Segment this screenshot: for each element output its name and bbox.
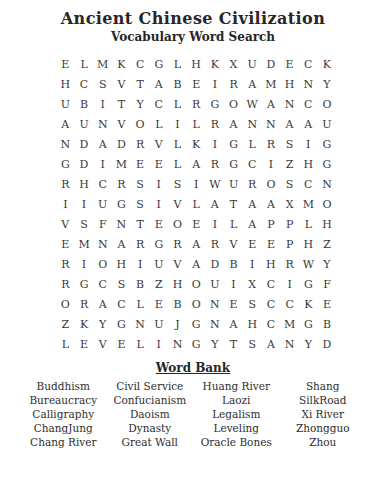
grid-cell-r2c11[interactable]: A — [243, 74, 262, 94]
grid-cell-r1c13[interactable]: E — [280, 54, 299, 74]
grid-cell-r14c1[interactable]: Z — [56, 314, 75, 334]
grid-cell-r6c13[interactable]: Z — [280, 154, 299, 174]
grid-cell-r8c2[interactable]: I — [75, 194, 94, 214]
grid-cell-r5c7[interactable]: L — [168, 134, 187, 154]
grid-cell-r9c4[interactable]: N — [112, 214, 131, 234]
word-bank-item: Dynasty — [107, 421, 194, 435]
grid-cell-r10c7[interactable]: R — [168, 234, 187, 254]
word-bank-item: Confucianism — [107, 393, 194, 407]
word-bank-item: Buddhism — [20, 379, 107, 393]
grid-cell-r7c6[interactable]: I — [149, 174, 168, 194]
word-search-grid: ELMKCGLHKXUDECKHCSVTABEIRAMHNYUBITYCLRGO… — [56, 54, 336, 354]
grid-cell-r3c2[interactable]: B — [75, 94, 94, 114]
grid-cell-r5c3[interactable]: A — [93, 134, 112, 154]
grid-cell-r5c15[interactable]: G — [318, 134, 337, 154]
grid-cell-r11c3[interactable]: O — [93, 254, 112, 274]
grid-cell-r9c7[interactable]: O — [168, 214, 187, 234]
grid-cell-r9c1[interactable]: V — [56, 214, 75, 234]
grid-cell-r12c1[interactable]: R — [56, 274, 75, 294]
grid-cell-r7c4[interactable]: R — [112, 174, 131, 194]
grid-cell-r5c5[interactable]: R — [131, 134, 150, 154]
grid-cell-r13c13[interactable]: C — [280, 294, 299, 314]
grid-cell-r6c9[interactable]: R — [206, 154, 225, 174]
grid-cell-r14c4[interactable]: G — [112, 314, 131, 334]
grid-cell-r15c4[interactable]: E — [112, 334, 131, 354]
grid-cell-r6c12[interactable]: I — [262, 154, 281, 174]
word-bank-item: Daoism — [107, 407, 194, 421]
grid-cell-r5c9[interactable]: I — [206, 134, 225, 154]
grid-cell-r12c12[interactable]: C — [262, 274, 281, 294]
grid-cell-r3c10[interactable]: O — [224, 94, 243, 114]
grid-cell-r4c4[interactable]: V — [112, 114, 131, 134]
grid-cell-r12c15[interactable]: F — [318, 274, 337, 294]
grid-cell-r4c6[interactable]: L — [149, 114, 168, 134]
word-bank-item: Leveling — [193, 421, 280, 435]
word-bank-item: Calligraphy — [20, 407, 107, 421]
grid-cell-r6c2[interactable]: D — [75, 154, 94, 174]
grid-cell-r2c5[interactable]: T — [131, 74, 150, 94]
grid-cell-r15c10[interactable]: T — [224, 334, 243, 354]
grid-cell-r8c13[interactable]: X — [280, 194, 299, 214]
grid-cell-r8c5[interactable]: S — [131, 194, 150, 214]
word-bank-item: ChangJung — [20, 421, 107, 435]
grid-cell-r5c8[interactable]: K — [187, 134, 206, 154]
grid-cell-r6c3[interactable]: I — [93, 154, 112, 174]
grid-cell-r2c8[interactable]: E — [187, 74, 206, 94]
grid-cell-r13c15[interactable]: E — [318, 294, 337, 314]
grid-cell-r2c13[interactable]: H — [280, 74, 299, 94]
grid-cell-r2c12[interactable]: M — [262, 74, 281, 94]
word-bank-columns: BuddhismBureaucracyCalligraphyChangJungC… — [20, 379, 366, 449]
grid-cell-r15c11[interactable]: S — [243, 334, 262, 354]
grid-cell-r4c3[interactable]: N — [93, 114, 112, 134]
grid-cell-r7c1[interactable]: R — [56, 174, 75, 194]
grid-cell-r9c14[interactable]: L — [299, 214, 318, 234]
grid-cell-r10c14[interactable]: H — [299, 234, 318, 254]
grid-cell-r8c9[interactable]: A — [206, 194, 225, 214]
grid-cell-r15c1[interactable]: L — [56, 334, 75, 354]
grid-cell-r6c11[interactable]: C — [243, 154, 262, 174]
grid-cell-r4c9[interactable]: R — [206, 114, 225, 134]
word-bank-item: Oracle Bones — [193, 435, 280, 449]
word-bank-item: Great Wall — [107, 435, 194, 449]
grid-cell-r6c14[interactable]: H — [299, 154, 318, 174]
grid-cell-r8c7[interactable]: V — [168, 194, 187, 214]
grid-cell-r7c7[interactable]: S — [168, 174, 187, 194]
grid-cell-r11c14[interactable]: W — [299, 254, 318, 274]
grid-cell-r14c13[interactable]: M — [280, 314, 299, 334]
grid-cell-r13c1[interactable]: O — [56, 294, 75, 314]
word-bank-item: Huang River — [193, 379, 280, 393]
grid-cell-r4c14[interactable]: A — [299, 114, 318, 134]
grid-cell-r13c8[interactable]: O — [187, 294, 206, 314]
grid-cell-r1c8[interactable]: H — [187, 54, 206, 74]
grid-cell-r14c15[interactable]: B — [318, 314, 337, 334]
grid-cell-r13c10[interactable]: E — [224, 294, 243, 314]
grid-cell-r9c15[interactable]: H — [318, 214, 337, 234]
grid-cell-r5c4[interactable]: D — [112, 134, 131, 154]
grid-cell-r15c14[interactable]: Y — [299, 334, 318, 354]
grid-cell-r13c9[interactable]: N — [206, 294, 225, 314]
grid-cell-r4c7[interactable]: I — [168, 114, 187, 134]
grid-cell-r7c3[interactable]: C — [93, 174, 112, 194]
grid-cell-r7c2[interactable]: H — [75, 174, 94, 194]
grid-cell-r1c3[interactable]: M — [93, 54, 112, 74]
grid-cell-r1c15[interactable]: K — [318, 54, 337, 74]
grid-cell-r11c7[interactable]: V — [168, 254, 187, 274]
word-bank-column-4: ShangSilkRoadXi RiverZhongguoZhou — [280, 379, 367, 449]
grid-cell-r11c13[interactable]: R — [280, 254, 299, 274]
grid-cell-r1c11[interactable]: U — [243, 54, 262, 74]
grid-cell-r9c6[interactable]: E — [149, 214, 168, 234]
grid-cell-r6c5[interactable]: E — [131, 154, 150, 174]
grid-cell-r14c8[interactable]: G — [187, 314, 206, 334]
grid-cell-r3c6[interactable]: C — [149, 94, 168, 114]
grid-cell-r10c2[interactable]: M — [75, 234, 94, 254]
grid-cell-r4c2[interactable]: U — [75, 114, 94, 134]
grid-cell-r7c11[interactable]: R — [243, 174, 262, 194]
grid-cell-r11c10[interactable]: B — [224, 254, 243, 274]
grid-cell-r6c1[interactable]: G — [56, 154, 75, 174]
grid-cell-r5c1[interactable]: N — [56, 134, 75, 154]
grid-cell-r11c5[interactable]: I — [131, 254, 150, 274]
grid-cell-r7c12[interactable]: O — [262, 174, 281, 194]
grid-cell-r12c10[interactable]: I — [224, 274, 243, 294]
grid-cell-r8c6[interactable]: I — [149, 194, 168, 214]
word-bank-item: Chang River — [20, 435, 107, 449]
grid-cell-r10c8[interactable]: A — [187, 234, 206, 254]
word-bank-item: Xi River — [280, 407, 367, 421]
grid-cell-r15c5[interactable]: L — [131, 334, 150, 354]
grid-cell-r7c8[interactable]: I — [187, 174, 206, 194]
grid-cell-r7c14[interactable]: C — [299, 174, 318, 194]
grid-cell-r6c8[interactable]: A — [187, 154, 206, 174]
grid-cell-r4c11[interactable]: N — [243, 114, 262, 134]
grid-cell-r5c13[interactable]: S — [280, 134, 299, 154]
grid-cell-r12c7[interactable]: H — [168, 274, 187, 294]
grid-cell-r14c5[interactable]: N — [131, 314, 150, 334]
grid-cell-r11c11[interactable]: I — [243, 254, 262, 274]
grid-cell-r6c7[interactable]: L — [168, 154, 187, 174]
grid-cell-r4c1[interactable]: A — [56, 114, 75, 134]
grid-cell-r5c12[interactable]: R — [262, 134, 281, 154]
word-bank-item: Zhongguo — [280, 421, 367, 435]
grid-cell-r6c10[interactable]: G — [224, 154, 243, 174]
grid-cell-r15c15[interactable]: D — [318, 334, 337, 354]
grid-cell-r1c9[interactable]: K — [206, 54, 225, 74]
grid-cell-r2c15[interactable]: Y — [318, 74, 337, 94]
grid-cell-r1c12[interactable]: D — [262, 54, 281, 74]
grid-cell-r3c1[interactable]: U — [56, 94, 75, 114]
grid-cell-r10c1[interactable]: E — [56, 234, 75, 254]
grid-cell-r15c6[interactable]: I — [149, 334, 168, 354]
grid-cell-r7c15[interactable]: N — [318, 174, 337, 194]
grid-cell-r8c12[interactable]: A — [262, 194, 281, 214]
grid-cell-r3c8[interactable]: R — [187, 94, 206, 114]
word-bank-item: Shang — [280, 379, 367, 393]
grid-cell-r13c3[interactable]: A — [93, 294, 112, 314]
word-bank-item: Civil Service — [107, 379, 194, 393]
grid-cell-r10c10[interactable]: V — [224, 234, 243, 254]
grid-cell-r2c2[interactable]: C — [75, 74, 94, 94]
grid-cell-r12c11[interactable]: X — [243, 274, 262, 294]
grid-cell-r1c10[interactable]: X — [224, 54, 243, 74]
grid-cell-r6c15[interactable]: G — [318, 154, 337, 174]
grid-cell-r10c15[interactable]: Z — [318, 234, 337, 254]
grid-cell-r12c2[interactable]: G — [75, 274, 94, 294]
grid-cell-r11c12[interactable]: H — [262, 254, 281, 274]
grid-cell-r2c6[interactable]: A — [149, 74, 168, 94]
grid-cell-r9c2[interactable]: S — [75, 214, 94, 234]
grid-cell-r1c7[interactable]: L — [168, 54, 187, 74]
grid-cell-r1c14[interactable]: C — [299, 54, 318, 74]
grid-cell-r4c5[interactable]: O — [131, 114, 150, 134]
page-title: Ancient Chinese Civilization — [0, 0, 386, 29]
grid-cell-r3c4[interactable]: T — [112, 94, 131, 114]
grid-cell-r12c3[interactable]: C — [93, 274, 112, 294]
grid-cell-r10c3[interactable]: N — [93, 234, 112, 254]
grid-cell-r5c14[interactable]: I — [299, 134, 318, 154]
word-bank-item: Zhou — [280, 435, 367, 449]
grid-cell-r11c15[interactable]: Y — [318, 254, 337, 274]
grid-cell-r4c13[interactable]: A — [280, 114, 299, 134]
grid-cell-r8c4[interactable]: G — [112, 194, 131, 214]
grid-cell-r9c3[interactable]: F — [93, 214, 112, 234]
worksheet-page: Ancient Chinese Civilization Vocabulary … — [0, 0, 386, 500]
grid-cell-r11c4[interactable]: H — [112, 254, 131, 274]
grid-cell-r15c13[interactable]: N — [280, 334, 299, 354]
grid-cell-r9c10[interactable]: L — [224, 214, 243, 234]
grid-cell-r14c7[interactable]: J — [168, 314, 187, 334]
grid-cell-r9c8[interactable]: E — [187, 214, 206, 234]
grid-cell-r13c4[interactable]: C — [112, 294, 131, 314]
grid-cell-r11c2[interactable]: I — [75, 254, 94, 274]
grid-cell-r3c5[interactable]: Y — [131, 94, 150, 114]
grid-cell-r15c3[interactable]: V — [93, 334, 112, 354]
grid-cell-r4c12[interactable]: N — [262, 114, 281, 134]
grid-cell-r13c12[interactable]: C — [262, 294, 281, 314]
grid-cell-r11c1[interactable]: R — [56, 254, 75, 274]
word-bank-column-1: BuddhismBureaucracyCalligraphyChangJungC… — [20, 379, 107, 449]
grid-cell-r8c11[interactable]: A — [243, 194, 262, 214]
grid-cell-r4c8[interactable]: L — [187, 114, 206, 134]
grid-cell-r4c15[interactable]: U — [318, 114, 337, 134]
grid-cell-r13c2[interactable]: R — [75, 294, 94, 314]
grid-cell-r1c4[interactable]: K — [112, 54, 131, 74]
grid-cell-r5c10[interactable]: G — [224, 134, 243, 154]
grid-cell-r8c3[interactable]: U — [93, 194, 112, 214]
word-bank-item: Legalism — [193, 407, 280, 421]
grid-cell-r14c6[interactable]: U — [149, 314, 168, 334]
grid-cell-r13c7[interactable]: B — [168, 294, 187, 314]
grid-cell-r5c2[interactable]: D — [75, 134, 94, 154]
grid-cell-r8c10[interactable]: T — [224, 194, 243, 214]
grid-cell-r6c6[interactable]: E — [149, 154, 168, 174]
grid-cell-r1c6[interactable]: G — [149, 54, 168, 74]
grid-cell-r14c9[interactable]: N — [206, 314, 225, 334]
grid-cell-r2c14[interactable]: N — [299, 74, 318, 94]
grid-cell-r10c4[interactable]: A — [112, 234, 131, 254]
grid-cell-r1c2[interactable]: L — [75, 54, 94, 74]
grid-cell-r13c11[interactable]: S — [243, 294, 262, 314]
grid-cell-r3c15[interactable]: O — [318, 94, 337, 114]
grid-cell-r8c15[interactable]: O — [318, 194, 337, 214]
grid-cell-r5c11[interactable]: L — [243, 134, 262, 154]
grid-cell-r12c13[interactable]: I — [280, 274, 299, 294]
grid-cell-r3c9[interactable]: G — [206, 94, 225, 114]
grid-cell-r6c4[interactable]: M — [112, 154, 131, 174]
word-bank-item: SilkRoad — [280, 393, 367, 407]
grid-cell-r12c14[interactable]: G — [299, 274, 318, 294]
grid-cell-r12c5[interactable]: B — [131, 274, 150, 294]
grid-cell-r7c10[interactable]: U — [224, 174, 243, 194]
word-bank-item: Laozi — [193, 393, 280, 407]
grid-cell-r9c9[interactable]: I — [206, 214, 225, 234]
grid-cell-r3c13[interactable]: N — [280, 94, 299, 114]
grid-cell-r14c3[interactable]: Y — [93, 314, 112, 334]
grid-cell-r13c6[interactable]: E — [149, 294, 168, 314]
grid-cell-r14c12[interactable]: C — [262, 314, 281, 334]
word-bank-column-3: Huang RiverLaoziLegalismLevelingOracle B… — [193, 379, 280, 449]
grid-cell-r11c9[interactable]: D — [206, 254, 225, 274]
grid-cell-r2c10[interactable]: R — [224, 74, 243, 94]
grid-cell-r14c14[interactable]: G — [299, 314, 318, 334]
grid-cell-r7c13[interactable]: S — [280, 174, 299, 194]
grid-cell-r4c10[interactable]: A — [224, 114, 243, 134]
word-bank-column-2: Civil ServiceConfucianismDaoismDynastyGr… — [107, 379, 194, 449]
grid-cell-r3c11[interactable]: W — [243, 94, 262, 114]
grid-cell-r9c5[interactable]: T — [131, 214, 150, 234]
grid-cell-r10c11[interactable]: E — [243, 234, 262, 254]
grid-cell-r12c8[interactable]: O — [187, 274, 206, 294]
grid-cell-r1c1[interactable]: E — [56, 54, 75, 74]
grid-cell-r2c9[interactable]: I — [206, 74, 225, 94]
grid-cell-r7c9[interactable]: W — [206, 174, 225, 194]
grid-cell-r8c8[interactable]: L — [187, 194, 206, 214]
grid-cell-r11c8[interactable]: A — [187, 254, 206, 274]
grid-cell-r15c2[interactable]: E — [75, 334, 94, 354]
grid-cell-r2c1[interactable]: H — [56, 74, 75, 94]
grid-cell-r12c6[interactable]: Z — [149, 274, 168, 294]
grid-cell-r8c14[interactable]: M — [299, 194, 318, 214]
grid-cell-r9c11[interactable]: A — [243, 214, 262, 234]
grid-cell-r15c8[interactable]: G — [187, 334, 206, 354]
grid-cell-r12c4[interactable]: S — [112, 274, 131, 294]
grid-cell-r15c9[interactable]: Y — [206, 334, 225, 354]
grid-cell-r14c2[interactable]: K — [75, 314, 94, 334]
grid-cell-r10c12[interactable]: E — [262, 234, 281, 254]
grid-cell-r14c10[interactable]: A — [224, 314, 243, 334]
grid-cell-r5c6[interactable]: V — [149, 134, 168, 154]
grid-cell-r9c12[interactable]: P — [262, 214, 281, 234]
grid-cell-r15c7[interactable]: N — [168, 334, 187, 354]
grid-cell-r10c5[interactable]: R — [131, 234, 150, 254]
grid-cell-r14c11[interactable]: H — [243, 314, 262, 334]
grid-cell-r3c12[interactable]: A — [262, 94, 281, 114]
grid-cell-r2c7[interactable]: B — [168, 74, 187, 94]
grid-cell-r2c3[interactable]: S — [93, 74, 112, 94]
grid-cell-r8c1[interactable]: I — [56, 194, 75, 214]
page-subtitle: Vocabulary Word Search — [0, 29, 386, 45]
grid-cell-r1c5[interactable]: C — [131, 54, 150, 74]
grid-cell-r3c3[interactable]: I — [93, 94, 112, 114]
grid-cell-r13c14[interactable]: K — [299, 294, 318, 314]
grid-cell-r10c6[interactable]: G — [149, 234, 168, 254]
grid-cell-r10c13[interactable]: P — [280, 234, 299, 254]
grid-cell-r15c12[interactable]: A — [262, 334, 281, 354]
grid-cell-r11c6[interactable]: U — [149, 254, 168, 274]
grid-cell-r12c9[interactable]: U — [206, 274, 225, 294]
word-bank-heading: Word Bank — [0, 361, 386, 376]
grid-cell-r7c5[interactable]: S — [131, 174, 150, 194]
grid-cell-r3c14[interactable]: C — [299, 94, 318, 114]
grid-cell-r13c5[interactable]: L — [131, 294, 150, 314]
word-bank-item: Bureaucracy — [20, 393, 107, 407]
grid-cell-r9c13[interactable]: P — [280, 214, 299, 234]
grid-cell-r2c4[interactable]: V — [112, 74, 131, 94]
grid-cell-r10c9[interactable]: R — [206, 234, 225, 254]
grid-cell-r3c7[interactable]: L — [168, 94, 187, 114]
